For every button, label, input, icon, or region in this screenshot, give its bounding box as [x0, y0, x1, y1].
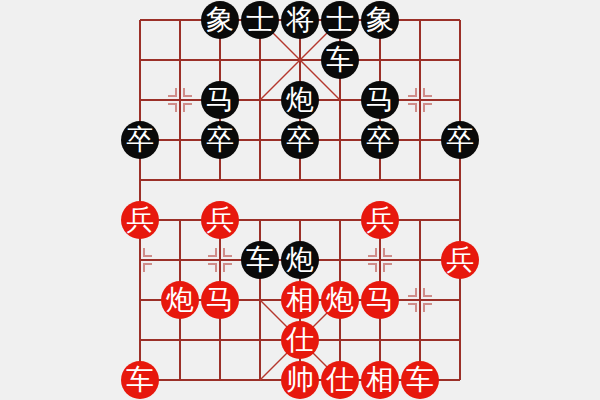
piece-black-soldier[interactable]: 卒 — [201, 121, 239, 159]
piece-red-soldier[interactable]: 兵 — [201, 201, 239, 239]
piece-black-horse[interactable]: 马 — [201, 81, 239, 119]
piece-black-elephant[interactable]: 象 — [201, 1, 239, 39]
piece-black-soldier[interactable]: 卒 — [441, 121, 479, 159]
piece-black-advisor[interactable]: 士 — [321, 1, 359, 39]
piece-red-chariot[interactable]: 车 — [401, 361, 439, 399]
xiangqi-board[interactable]: 象士将士象车马炮马卒卒卒卒卒车炮兵兵兵兵炮马相炮马仕车帅仕相车 — [120, 0, 480, 400]
piece-red-chariot[interactable]: 车 — [121, 361, 159, 399]
xiangqi-app-canvas: 象士将士象车马炮马卒卒卒卒卒车炮兵兵兵兵炮马相炮马仕车帅仕相车 — [0, 0, 600, 400]
piece-red-cannon[interactable]: 炮 — [161, 281, 199, 319]
piece-black-advisor[interactable]: 士 — [241, 1, 279, 39]
piece-black-cannon[interactable]: 炮 — [281, 241, 319, 279]
piece-red-advisor[interactable]: 仕 — [321, 361, 359, 399]
piece-black-soldier[interactable]: 卒 — [281, 121, 319, 159]
piece-black-cannon[interactable]: 炮 — [281, 81, 319, 119]
piece-black-soldier[interactable]: 卒 — [361, 121, 399, 159]
piece-black-chariot[interactable]: 车 — [241, 241, 279, 279]
piece-red-soldier[interactable]: 兵 — [441, 241, 479, 279]
piece-red-cannon[interactable]: 炮 — [321, 281, 359, 319]
piece-black-horse[interactable]: 马 — [361, 81, 399, 119]
piece-red-soldier[interactable]: 兵 — [121, 201, 159, 239]
piece-black-elephant[interactable]: 象 — [361, 1, 399, 39]
piece-red-elephant[interactable]: 相 — [281, 281, 319, 319]
piece-red-king[interactable]: 帅 — [281, 361, 319, 399]
piece-red-elephant[interactable]: 相 — [361, 361, 399, 399]
piece-red-soldier[interactable]: 兵 — [361, 201, 399, 239]
piece-black-king[interactable]: 将 — [281, 1, 319, 39]
piece-black-chariot[interactable]: 车 — [321, 41, 359, 79]
piece-black-soldier[interactable]: 卒 — [121, 121, 159, 159]
piece-red-advisor[interactable]: 仕 — [281, 321, 319, 359]
piece-red-horse[interactable]: 马 — [201, 281, 239, 319]
piece-red-horse[interactable]: 马 — [361, 281, 399, 319]
